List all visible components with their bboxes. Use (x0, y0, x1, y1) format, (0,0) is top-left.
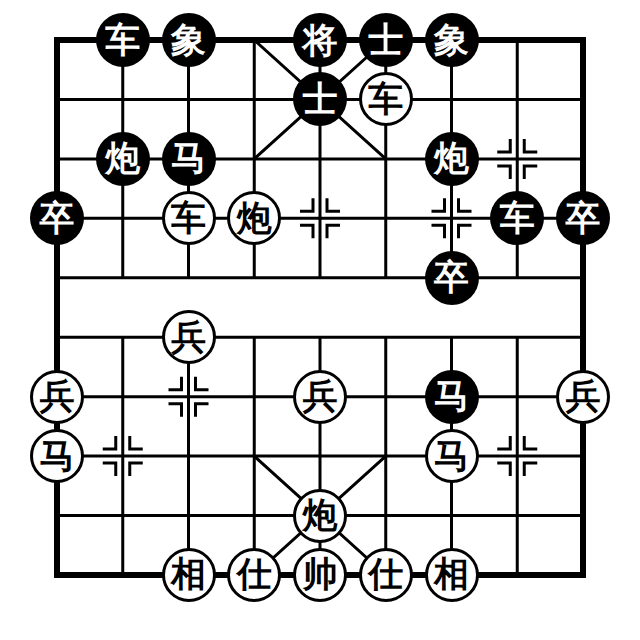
red-advisor[interactable]: 仕 (227, 548, 281, 602)
black-advisor[interactable]: 士 (293, 72, 347, 126)
red-soldier[interactable]: 兵 (162, 310, 216, 364)
black-cannon[interactable]: 炮 (96, 132, 150, 186)
red-soldier[interactable]: 兵 (556, 370, 610, 424)
red-cannon[interactable]: 炮 (293, 489, 347, 543)
red-horse[interactable]: 马 (30, 429, 84, 483)
red-elephant[interactable]: 相 (162, 548, 216, 602)
red-elephant[interactable]: 相 (425, 548, 479, 602)
red-horse[interactable]: 马 (425, 429, 479, 483)
red-general[interactable]: 帅 (293, 548, 347, 602)
pieces-layer: 车象将士象士车炮马炮卒车炮车卒卒兵兵兵马兵马马炮相仕帅仕相 (0, 0, 640, 640)
black-chariot[interactable]: 车 (490, 191, 544, 245)
black-advisor[interactable]: 士 (359, 13, 413, 67)
xiangqi-diagram: 车象将士象士车炮马炮卒车炮车卒卒兵兵兵马兵马马炮相仕帅仕相 (0, 0, 640, 640)
red-chariot[interactable]: 车 (162, 191, 216, 245)
black-soldier[interactable]: 卒 (425, 251, 479, 305)
red-advisor[interactable]: 仕 (359, 548, 413, 602)
black-cannon[interactable]: 炮 (425, 132, 479, 186)
black-elephant[interactable]: 象 (162, 13, 216, 67)
red-soldier[interactable]: 兵 (293, 370, 347, 424)
red-chariot[interactable]: 车 (359, 72, 413, 126)
black-soldier[interactable]: 卒 (30, 191, 84, 245)
red-cannon[interactable]: 炮 (227, 191, 281, 245)
black-horse[interactable]: 马 (162, 132, 216, 186)
black-horse[interactable]: 马 (425, 370, 479, 424)
black-general[interactable]: 将 (293, 13, 347, 67)
black-soldier[interactable]: 卒 (556, 191, 610, 245)
black-elephant[interactable]: 象 (425, 13, 479, 67)
red-soldier[interactable]: 兵 (30, 370, 84, 424)
black-chariot[interactable]: 车 (96, 13, 150, 67)
